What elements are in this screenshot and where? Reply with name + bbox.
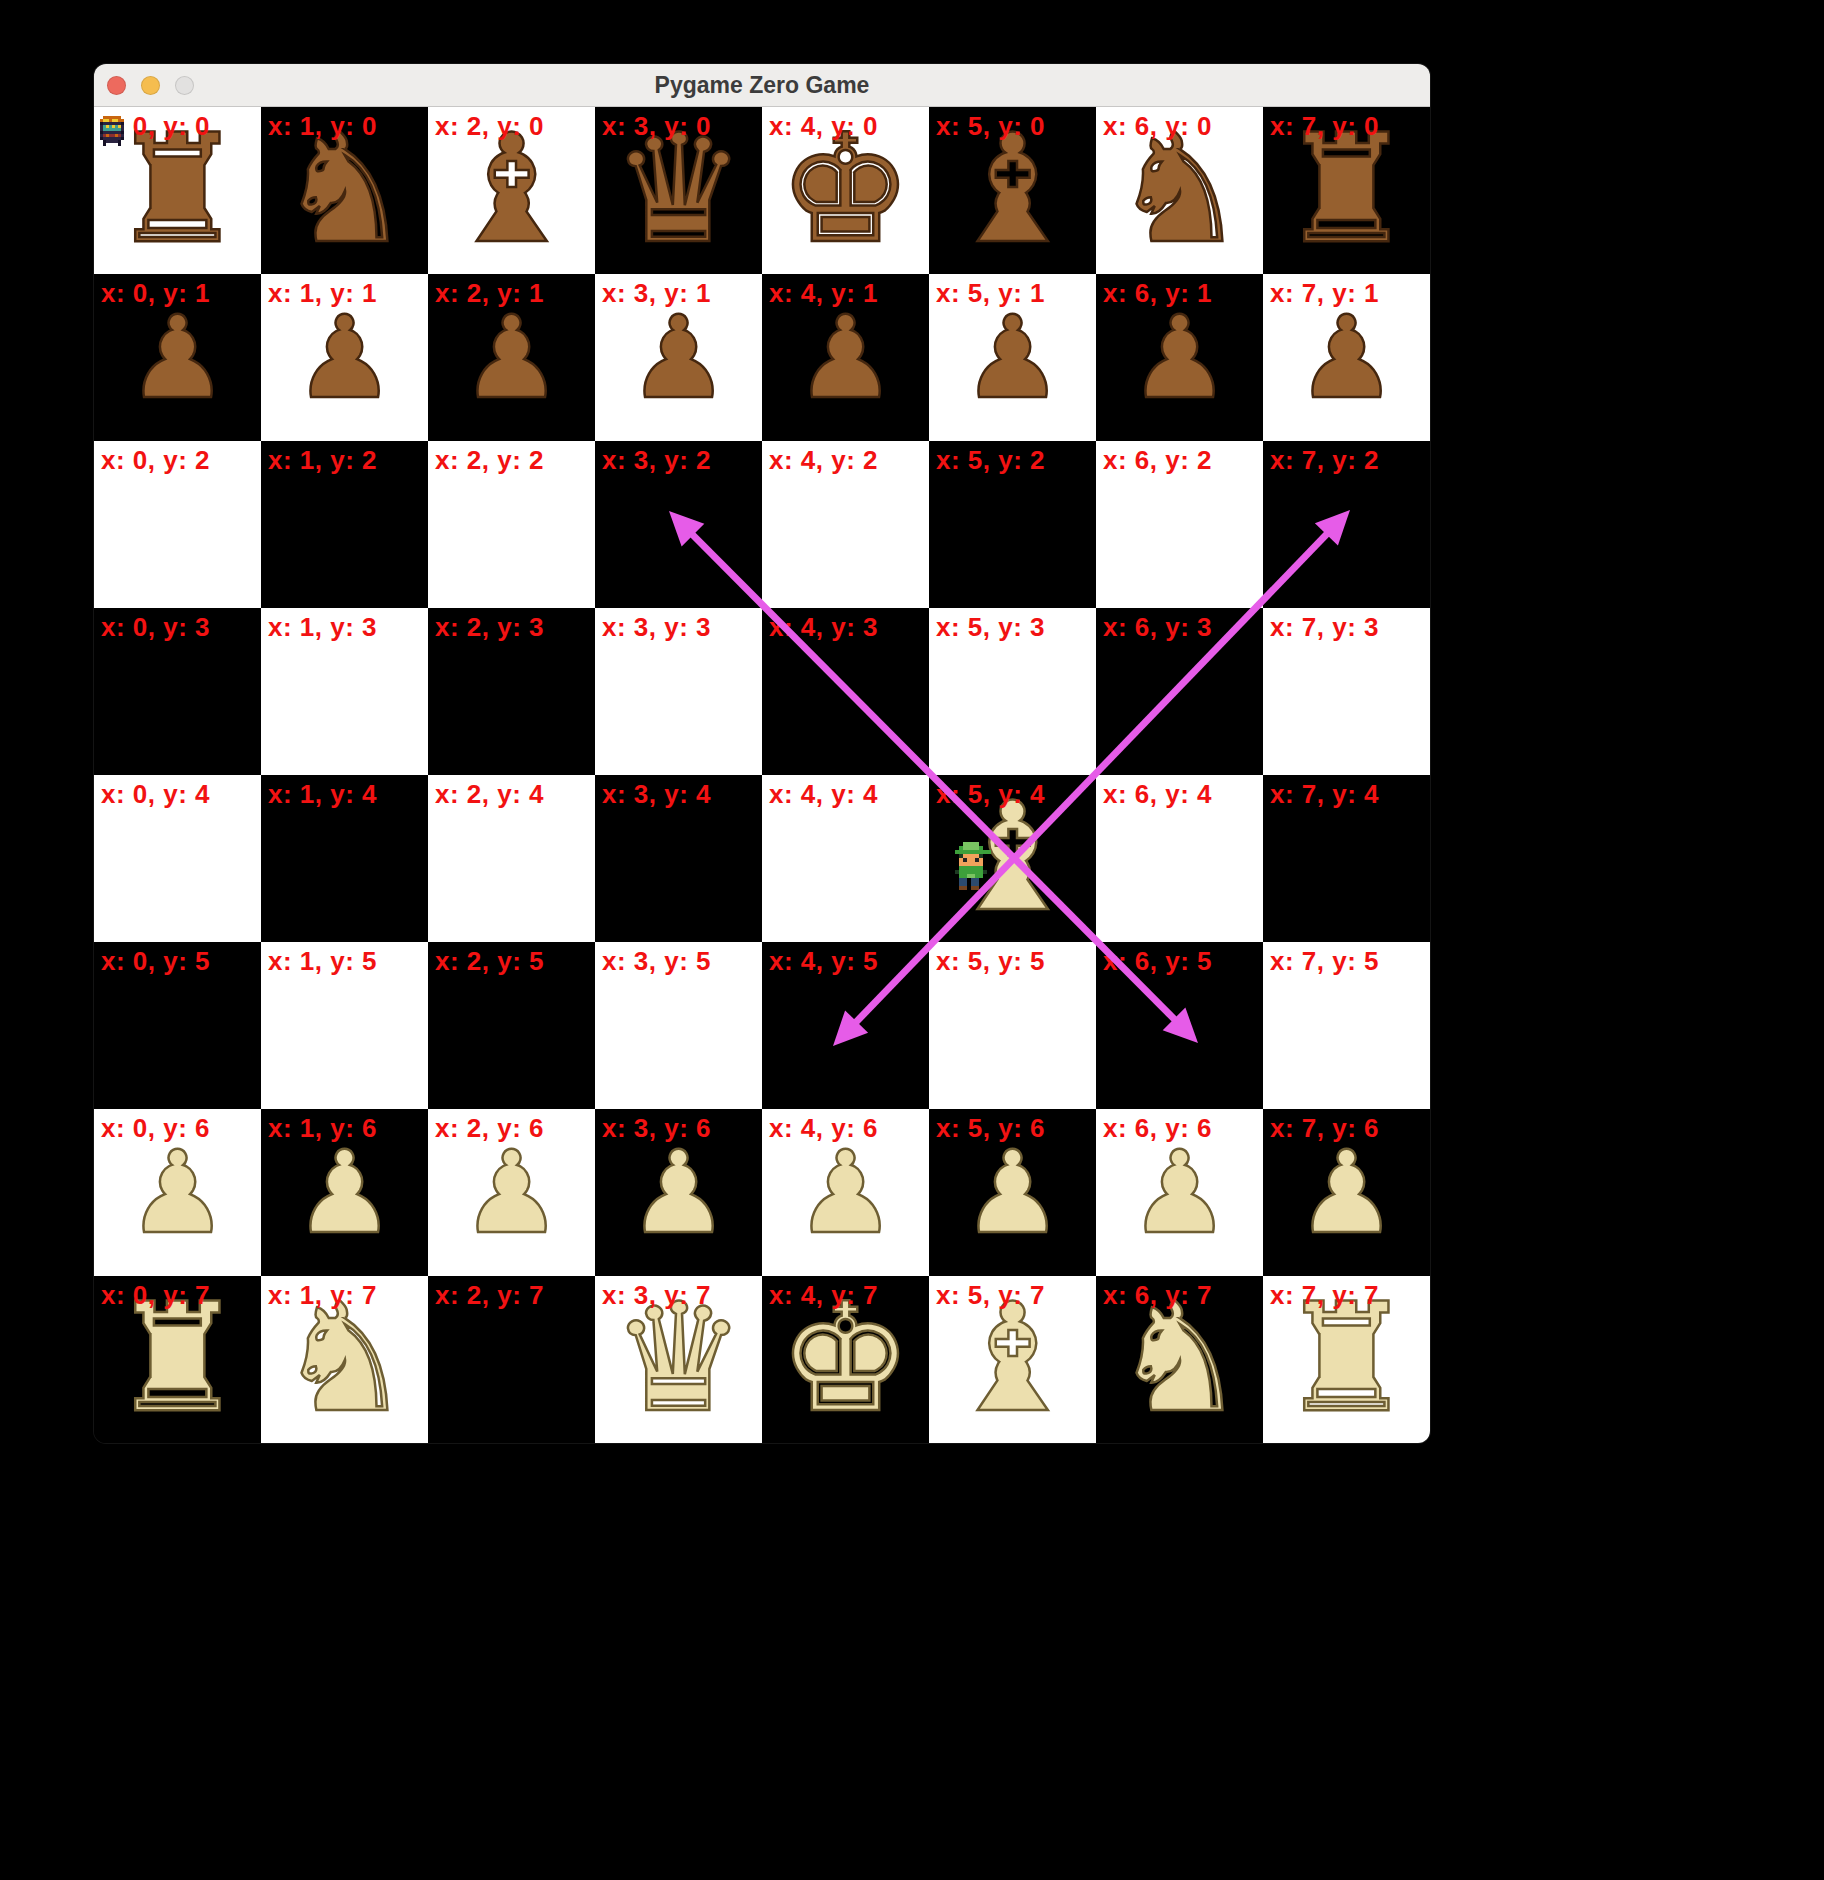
square-x0-y7[interactable]: x: 0, y: 7♜ [94,1276,261,1443]
square-coordinate-label: x: 1, y: 6 [268,1113,377,1144]
cream-bishop-piece[interactable]: ♝ [929,775,1096,942]
square-coordinate-label: x: 2, y: 7 [435,1280,544,1311]
square-x2-y4[interactable]: x: 2, y: 4 [428,775,595,942]
square-coordinate-label: x: 2, y: 0 [435,111,544,142]
square-x5-y2[interactable]: x: 5, y: 2 [929,441,1096,608]
square-coordinate-label: x: 3, y: 7 [602,1280,711,1311]
square-coordinate-label: x: 1, y: 2 [268,445,377,476]
square-coordinate-label: x: 6, y: 4 [1103,779,1212,810]
cream-queen-piece[interactable]: ♛ [595,1276,762,1443]
brown-pawn-piece[interactable]: ♟ [762,274,929,441]
square-coordinate-label: x: 4, y: 3 [769,612,878,643]
brown-pawn-piece[interactable]: ♟ [1263,274,1430,441]
cream-pawn-piece[interactable]: ♟ [94,1109,261,1276]
square-x2-y2[interactable]: x: 2, y: 2 [428,441,595,608]
square-x3-y2[interactable]: x: 3, y: 2 [595,441,762,608]
brown-pawn-piece[interactable]: ♟ [261,274,428,441]
square-coordinate-label: x: 1, y: 7 [268,1280,377,1311]
square-x5-y1[interactable]: x: 5, y: 1♟ [929,274,1096,441]
cream-bishop-piece[interactable]: ♝ [929,1276,1096,1443]
square-coordinate-label: x: 5, y: 2 [936,445,1045,476]
square-coordinate-label: x: 3, y: 0 [602,111,711,142]
desktop: { "game": "chess", "window": { "title": … [0,0,1824,1880]
square-x4-y6[interactable]: x: 4, y: 6♟ [762,1109,929,1276]
square-x1-y5[interactable]: x: 1, y: 5 [261,942,428,1109]
brown-knight-piece[interactable]: ♞ [1096,107,1263,274]
square-x5-y0[interactable]: x: 5, y: 0♝ [929,107,1096,274]
cream-pawn-piece[interactable]: ♟ [929,1109,1096,1276]
square-x4-y0[interactable]: x: 4, y: 0♚ [762,107,929,274]
square-coordinate-label: x: 0, y: 6 [101,1113,210,1144]
square-x3-y5[interactable]: x: 3, y: 5 [595,942,762,1109]
square-coordinate-label: x: 7, y: 1 [1270,278,1379,309]
square-x6-y5[interactable]: x: 6, y: 5 [1096,942,1263,1109]
square-coordinate-label: x: 6, y: 5 [1103,946,1212,977]
minimize-button[interactable] [141,76,160,95]
square-coordinate-label: x: 2, y: 4 [435,779,544,810]
square-coordinate-label: x: 3, y: 4 [602,779,711,810]
square-x6-y6[interactable]: x: 6, y: 6♟ [1096,1109,1263,1276]
square-x1-y4[interactable]: x: 1, y: 4 [261,775,428,942]
square-x3-y3[interactable]: x: 3, y: 3 [595,608,762,775]
brown-rook-piece[interactable]: ♜ [1263,107,1430,274]
square-x3-y7[interactable]: x: 3, y: 7♛ [595,1276,762,1443]
square-x7-y7[interactable]: x: 7, y: 7♜ [1263,1276,1430,1443]
square-x1-y1[interactable]: x: 1, y: 1♟ [261,274,428,441]
square-x6-y1[interactable]: x: 6, y: 1♟ [1096,274,1263,441]
square-x2-y3[interactable]: x: 2, y: 3 [428,608,595,775]
square-coordinate-label: x: 1, y: 1 [268,278,377,309]
square-x0-y2[interactable]: x: 0, y: 2 [94,441,261,608]
square-coordinate-label: x: 5, y: 1 [936,278,1045,309]
square-x7-y4[interactable]: x: 7, y: 4 [1263,775,1430,942]
square-x3-y4[interactable]: x: 3, y: 4 [595,775,762,942]
square-coordinate-label: x: 5, y: 6 [936,1113,1045,1144]
cream-pawn-piece[interactable]: ♟ [1096,1109,1263,1276]
square-coordinate-label: x: 4, y: 2 [769,445,878,476]
square-coordinate-label: x: 2, y: 1 [435,278,544,309]
cream-pawn-piece[interactable]: ♟ [595,1109,762,1276]
square-coordinate-label: x: 0, y: 7 [101,1280,210,1311]
square-coordinate-label: x: 0, y: 1 [101,278,210,309]
square-coordinate-label: x: 4, y: 7 [769,1280,878,1311]
cream-pawn-piece[interactable]: ♟ [428,1109,595,1276]
square-x0-y1[interactable]: x: 0, y: 1♟ [94,274,261,441]
brown-bishop-piece[interactable]: ♝ [929,107,1096,274]
square-x6-y0[interactable]: x: 6, y: 0♞ [1096,107,1263,274]
square-coordinate-label: x: 1, y: 4 [268,779,377,810]
close-button[interactable] [107,76,126,95]
square-coordinate-label: x: 7, y: 0 [1270,111,1379,142]
square-x5-y4[interactable]: x: 5, y: 4♝ [929,775,1096,942]
cream-king-piece[interactable]: ♚ [762,1276,929,1443]
square-coordinate-label: x: 4, y: 1 [769,278,878,309]
square-x6-y4[interactable]: x: 6, y: 4 [1096,775,1263,942]
chess-board: x: 0, y: 0♜x: 1, y: 0♞x: 2, y: 0♝x: 3, y… [94,107,1430,1443]
app-window: Pygame Zero Game x: 0, y: 0♜x: 1, y: 0♞x… [94,64,1430,1443]
square-x5-y5[interactable]: x: 5, y: 5 [929,942,1096,1109]
cream-knight-piece[interactable]: ♞ [261,1276,428,1443]
square-coordinate-label: x: 6, y: 7 [1103,1280,1212,1311]
square-x1-y3[interactable]: x: 1, y: 3 [261,608,428,775]
square-x4-y5[interactable]: x: 4, y: 5 [762,942,929,1109]
square-x2-y5[interactable]: x: 2, y: 5 [428,942,595,1109]
square-x4-y3[interactable]: x: 4, y: 3 [762,608,929,775]
brown-pawn-piece[interactable]: ♟ [595,274,762,441]
square-x1-y7[interactable]: x: 1, y: 7♞ [261,1276,428,1443]
square-coordinate-label: x: 7, y: 5 [1270,946,1379,977]
square-coordinate-label: x: 5, y: 3 [936,612,1045,643]
square-coordinate-label: x: 2, y: 3 [435,612,544,643]
square-coordinate-label: x: 3, y: 6 [602,1113,711,1144]
brown-knight-piece[interactable]: ♞ [261,107,428,274]
square-coordinate-label: x: 5, y: 4 [936,779,1045,810]
cream-rook-piece[interactable]: ♜ [1263,1276,1430,1443]
square-x2-y7[interactable]: x: 2, y: 7 [428,1276,595,1443]
square-coordinate-label: x: 2, y: 6 [435,1113,544,1144]
square-coordinate-label: x: 2, y: 5 [435,946,544,977]
zoom-button[interactable] [175,76,194,95]
square-coordinate-label: x: 4, y: 0 [769,111,878,142]
square-coordinate-label: x: 3, y: 1 [602,278,711,309]
square-coordinate-label: x: 6, y: 6 [1103,1113,1212,1144]
cream-knight-piece[interactable]: ♞ [1096,1276,1263,1443]
square-x5-y7[interactable]: x: 5, y: 7♝ [929,1276,1096,1443]
square-x7-y5[interactable]: x: 7, y: 5 [1263,942,1430,1109]
square-coordinate-label: x: 4, y: 5 [769,946,878,977]
square-x2-y0[interactable]: x: 2, y: 0♝ [428,107,595,274]
square-x2-y6[interactable]: x: 2, y: 6♟ [428,1109,595,1276]
square-x4-y2[interactable]: x: 4, y: 2 [762,441,929,608]
square-coordinate-label: x: 7, y: 2 [1270,445,1379,476]
window-title: Pygame Zero Game [94,64,1430,106]
square-x1-y0[interactable]: x: 1, y: 0♞ [261,107,428,274]
cream-pawn-piece[interactable]: ♟ [762,1109,929,1276]
square-x4-y1[interactable]: x: 4, y: 1♟ [762,274,929,441]
brown-pawn-piece[interactable]: ♟ [929,274,1096,441]
brown-king-piece[interactable]: ♚ [762,107,929,274]
square-coordinate-label: x: 0, y: 0 [101,111,210,142]
square-x6-y3[interactable]: x: 6, y: 3 [1096,608,1263,775]
square-x5-y6[interactable]: x: 5, y: 6♟ [929,1109,1096,1276]
square-x7-y1[interactable]: x: 7, y: 1♟ [1263,274,1430,441]
square-x4-y7[interactable]: x: 4, y: 7♚ [762,1276,929,1443]
square-coordinate-label: x: 6, y: 3 [1103,612,1212,643]
square-coordinate-label: x: 5, y: 5 [936,946,1045,977]
square-x0-y4[interactable]: x: 0, y: 4 [94,775,261,942]
square-coordinate-label: x: 4, y: 6 [769,1113,878,1144]
square-x4-y4[interactable]: x: 4, y: 4 [762,775,929,942]
square-coordinate-label: x: 4, y: 4 [769,779,878,810]
square-coordinate-label: x: 0, y: 4 [101,779,210,810]
square-coordinate-label: x: 1, y: 0 [268,111,377,142]
square-x0-y3[interactable]: x: 0, y: 3 [94,608,261,775]
square-x6-y7[interactable]: x: 6, y: 7♞ [1096,1276,1263,1443]
square-x7-y6[interactable]: x: 7, y: 6♟ [1263,1109,1430,1276]
square-coordinate-label: x: 3, y: 2 [602,445,711,476]
square-x2-y1[interactable]: x: 2, y: 1♟ [428,274,595,441]
square-coordinate-label: x: 1, y: 3 [268,612,377,643]
square-x0-y6[interactable]: x: 0, y: 6♟ [94,1109,261,1276]
square-coordinate-label: x: 3, y: 5 [602,946,711,977]
square-x6-y2[interactable]: x: 6, y: 2 [1096,441,1263,608]
square-coordinate-label: x: 6, y: 2 [1103,445,1212,476]
square-coordinate-label: x: 1, y: 5 [268,946,377,977]
brown-rook-piece[interactable]: ♜ [94,107,261,274]
cream-pawn-piece[interactable]: ♟ [1263,1109,1430,1276]
square-coordinate-label: x: 3, y: 3 [602,612,711,643]
square-coordinate-label: x: 7, y: 7 [1270,1280,1379,1311]
square-x3-y1[interactable]: x: 3, y: 1♟ [595,274,762,441]
square-coordinate-label: x: 5, y: 0 [936,111,1045,142]
square-x3-y0[interactable]: x: 3, y: 0♛ [595,107,762,274]
square-coordinate-label: x: 0, y: 2 [101,445,210,476]
square-x0-y0[interactable]: x: 0, y: 0♜ [94,107,261,274]
square-coordinate-label: x: 6, y: 1 [1103,278,1212,309]
square-x7-y0[interactable]: x: 7, y: 0♜ [1263,107,1430,274]
square-coordinate-label: x: 7, y: 6 [1270,1113,1379,1144]
square-x5-y3[interactable]: x: 5, y: 3 [929,608,1096,775]
square-x7-y2[interactable]: x: 7, y: 2 [1263,441,1430,608]
cream-rook-piece[interactable]: ♜ [94,1276,261,1443]
square-x7-y3[interactable]: x: 7, y: 3 [1263,608,1430,775]
brown-bishop-piece[interactable]: ♝ [428,107,595,274]
square-coordinate-label: x: 2, y: 2 [435,445,544,476]
brown-pawn-piece[interactable]: ♟ [428,274,595,441]
square-x1-y6[interactable]: x: 1, y: 6♟ [261,1109,428,1276]
square-coordinate-label: x: 5, y: 7 [936,1280,1045,1311]
brown-pawn-piece[interactable]: ♟ [1096,274,1263,441]
square-coordinate-label: x: 7, y: 4 [1270,779,1379,810]
square-x3-y6[interactable]: x: 3, y: 6♟ [595,1109,762,1276]
brown-pawn-piece[interactable]: ♟ [94,274,261,441]
window-titlebar: Pygame Zero Game [94,64,1430,107]
square-coordinate-label: x: 0, y: 5 [101,946,210,977]
square-x1-y2[interactable]: x: 1, y: 2 [261,441,428,608]
cream-pawn-piece[interactable]: ♟ [261,1109,428,1276]
square-coordinate-label: x: 6, y: 0 [1103,111,1212,142]
square-coordinate-label: x: 0, y: 3 [101,612,210,643]
square-coordinate-label: x: 7, y: 3 [1270,612,1379,643]
square-x0-y5[interactable]: x: 0, y: 5 [94,942,261,1109]
brown-queen-piece[interactable]: ♛ [595,107,762,274]
